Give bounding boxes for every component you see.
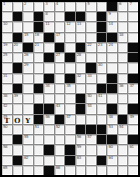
black-cell-r11c3 [34,115,44,124]
cell-r6c12[interactable] [128,63,138,72]
cell-r16c0[interactable]: 65 [2,166,12,175]
cell-r8c11[interactable]: 36 [118,84,128,93]
cell-r3c8[interactable] [86,33,96,42]
cell-r12c3[interactable]: 51 [34,125,44,134]
cell-r2c6[interactable]: 12 [65,22,75,31]
cell-r12c1[interactable] [13,125,23,134]
cell-r4c1[interactable]: 20 [13,43,23,52]
clue-number: 33 [87,74,91,78]
cell-r0c4[interactable]: 3 [44,2,54,11]
cell-r8c0[interactable] [2,84,12,93]
black-cell-r2c9 [97,22,107,31]
black-cell-r1c9 [97,12,107,21]
cell-r16c11[interactable] [118,166,128,175]
cell-r13c6[interactable] [65,135,75,144]
cell-r11c10[interactable]: 48 [107,115,117,124]
clue-number: 15 [24,33,28,37]
clue-number: 29 [24,63,28,67]
cell-r16c6[interactable] [65,166,75,175]
black-cell-r16c4 [44,166,54,175]
clue-number: 65 [3,166,7,170]
cell-r0c3[interactable] [34,2,44,11]
cell-r0c11[interactable]: 6 [118,2,128,11]
cell-r7c11[interactable] [118,74,128,83]
clue-number: 40 [87,94,91,98]
clue-number: 27 [56,53,60,57]
crossword-grid: 1234567891011121314151617181920212223242… [2,2,138,175]
cell-r3c3[interactable]: 16 [34,33,44,42]
cell-r5c10[interactable] [107,53,117,62]
clue-number: 7 [129,2,131,6]
cell-r9c9[interactable]: 41 [97,94,107,103]
cell-r14c11[interactable] [118,145,128,154]
cell-r16c7[interactable] [76,166,86,175]
clue-number: 16 [35,33,39,37]
cell-r12c10[interactable]: 53 [107,125,117,134]
clue-number: 49 [129,115,133,119]
cell-r16c12[interactable] [128,166,138,175]
cell-r6c4[interactable] [44,63,54,72]
cell-r1c4[interactable]: 8 [44,12,54,21]
cell-r15c12[interactable] [128,156,138,165]
cell-r13c8[interactable]: 57 [86,135,96,144]
cell-r3c2[interactable]: 15 [23,33,33,42]
cell-r16c2[interactable] [23,166,33,175]
black-cell-r13c1 [13,135,23,144]
cell-r4c9[interactable]: 23 [97,43,107,52]
cell-r8c8[interactable] [86,84,96,93]
cell-r6c9[interactable]: 30 [97,63,107,72]
cell-r15c10[interactable]: 64 [107,156,117,165]
cell-r6c3[interactable] [34,63,44,72]
black-cell-r10c4 [44,104,54,113]
cell-r12c5[interactable]: 52 [55,125,65,134]
cell-r13c0[interactable] [2,135,12,144]
clue-number: 9 [108,12,110,16]
cell-r5c11[interactable] [118,53,128,62]
clue-number: 43 [56,104,60,108]
cell-r4c10[interactable]: 24 [107,43,117,52]
clue-number: 25 [3,53,7,57]
cell-r16c3[interactable] [34,166,44,175]
cell-r11c7[interactable] [76,115,86,124]
black-cell-r3c9 [97,33,107,42]
black-cell-r13c9 [97,135,107,144]
cell-r5c7[interactable]: 28 [76,53,86,62]
cell-r2c12[interactable] [128,22,138,31]
cell-r4c11[interactable] [118,43,128,52]
clue-number: 6 [119,2,121,6]
cell-r0c7[interactable] [76,2,86,11]
cell-r7c7[interactable]: 32 [76,74,86,83]
black-cell-r10c12 [128,104,138,113]
cell-r11c0[interactable]: 45T [2,115,12,124]
clue-number: 42 [3,104,7,108]
black-cell-r4c7 [76,43,86,52]
black-cell-r4c2 [23,43,33,52]
clue-number: 13 [77,22,81,26]
cell-r4c8[interactable]: 22 [86,43,96,52]
cell-r16c10[interactable] [107,166,117,175]
black-cell-r8c1 [13,84,23,93]
cell-r10c8[interactable]: 44 [86,104,96,113]
cell-r1c11[interactable] [118,12,128,21]
cell-r9c3[interactable] [34,94,44,103]
clue-number: 66 [56,166,60,170]
cell-r0c5[interactable]: 4 [55,2,65,11]
cell-r3c7[interactable] [76,33,86,42]
cell-r14c0[interactable]: 58 [2,145,12,154]
cell-r0c9[interactable] [97,2,107,11]
cell-r5c1[interactable] [13,53,23,62]
cell-r5c2[interactable]: 26 [23,53,33,62]
black-cell-r1c6 [65,12,75,21]
cell-r4c0[interactable]: 19 [2,43,12,52]
cell-r7c2[interactable] [23,74,33,83]
clue-number: 18 [119,33,123,37]
clue-number: 54 [119,125,123,129]
black-cell-r1c3 [34,12,44,21]
cell-r14c10[interactable]: 60 [107,145,117,154]
clue-number: 52 [56,125,60,129]
clue-number: 61 [129,145,133,149]
cell-r14c3[interactable] [34,145,44,154]
clue-number: 57 [87,135,91,139]
cell-r12c11[interactable]: 54 [118,125,128,134]
clue-number: 28 [77,53,81,57]
cell-r7c8[interactable]: 33 [86,74,96,83]
black-cell-r10c7 [76,104,86,113]
cell-r1c12[interactable] [128,12,138,21]
clue-number: 46 [45,115,49,119]
cell-r6c0[interactable] [2,63,12,72]
black-cell-r12c7 [76,125,86,134]
cell-r1c2[interactable] [23,12,33,21]
black-cell-r7c10 [107,74,117,83]
cell-r16c1[interactable] [13,166,23,175]
cell-r5c5[interactable]: 27 [55,53,65,62]
cell-r9c12[interactable] [128,94,138,103]
cell-r0c1[interactable] [13,2,23,11]
cell-r14c9[interactable] [97,145,107,154]
clue-number: 31 [3,74,7,78]
clue-number: 5 [87,2,89,6]
cell-r7c0[interactable]: 31 [2,74,12,83]
black-cell-r13c10 [107,135,117,144]
clue-number: 37 [129,84,133,88]
cell-r11c9[interactable] [97,115,107,124]
cell-r8c5[interactable] [55,84,65,93]
clue-number: 38 [3,94,7,98]
cell-r9c0[interactable]: 38 [2,94,12,103]
clue-number: 50 [3,125,7,129]
cell-r14c12[interactable]: 61 [128,145,138,154]
cell-r12c2[interactable] [23,125,33,134]
cell-r3c0[interactable] [2,33,12,42]
cell-r13c2[interactable]: 55 [23,135,33,144]
cell-r4c6[interactable] [65,43,75,52]
clue-number: 62 [24,156,28,160]
cell-r2c8[interactable] [86,22,96,31]
filled-letter: O [13,117,23,124]
cell-r12c4[interactable] [44,125,54,134]
cell-r10c2[interactable] [23,104,33,113]
cell-r6c7[interactable] [76,63,86,72]
cell-r13c5[interactable] [55,135,65,144]
cell-r14c1[interactable] [13,145,23,154]
black-cell-r2c3 [34,22,44,31]
black-cell-r4c12 [128,43,138,52]
black-cell-r7c6 [65,74,75,83]
black-cell-r7c12 [128,74,138,83]
clue-number: 59 [77,145,81,149]
black-cell-r1c7 [76,12,86,21]
cell-r6c5[interactable] [55,63,65,72]
cell-r16c8[interactable] [86,166,96,175]
clue-number: 30 [98,63,102,67]
cell-r7c9[interactable] [97,74,107,83]
clue-number: 56 [77,135,81,139]
cell-r8c2[interactable] [23,84,33,93]
cell-r9c4[interactable] [44,94,54,103]
cell-r1c8[interactable] [86,12,96,21]
black-cell-r8c10 [107,84,117,93]
cell-r10c11[interactable] [118,104,128,113]
cell-r13c4[interactable] [44,135,54,144]
black-cell-r5c4 [44,53,54,62]
clue-number: 34 [45,84,49,88]
clue-number: 64 [108,156,112,160]
black-cell-r14c6 [65,145,75,154]
cell-r6c11[interactable] [118,63,128,72]
clue-number: 47 [66,115,70,119]
clue-number: 44 [87,104,91,108]
cell-r14c2[interactable] [23,145,33,154]
cell-r7c1[interactable] [13,74,23,83]
clue-number: 3 [45,2,47,6]
clue-number: 14 [108,22,112,26]
cell-r11c4[interactable]: 46 [44,115,54,124]
cell-r2c11[interactable] [118,22,128,31]
clue-number: 32 [77,74,81,78]
black-cell-r11c5 [55,115,65,124]
cell-r0c2[interactable]: 2 [23,2,33,11]
cell-r15c3[interactable] [34,156,44,165]
black-cell-r10c10 [107,104,117,113]
cell-r3c12[interactable] [128,33,138,42]
cell-r8c6[interactable]: 35 [65,84,75,93]
cell-r9c1[interactable]: 39 [13,94,23,103]
filled-letter: Y [23,117,33,124]
cell-r15c5[interactable] [55,156,65,165]
cell-r5c9[interactable] [97,53,107,62]
cell-r10c5[interactable]: 43 [55,104,65,113]
cell-r11c8[interactable] [86,115,96,124]
cell-r1c10[interactable]: 9 [107,12,117,21]
clue-number: 39 [14,94,18,98]
cell-r2c10[interactable]: 14 [107,22,117,31]
black-cell-r0c10 [107,2,117,11]
cell-r3c5[interactable]: 17 [55,33,65,42]
clue-number: 48 [108,115,112,119]
black-cell-r15c1 [13,156,23,165]
cell-r1c5[interactable] [55,12,65,21]
clue-number: 21 [35,43,39,47]
clue-number: 63 [77,156,81,160]
cell-r5c0[interactable]: 25 [2,53,12,62]
black-cell-r11c11 [118,115,128,124]
cell-r9c5[interactable] [55,94,65,103]
cell-r13c11[interactable] [118,135,128,144]
black-cell-r8c9 [97,84,107,93]
cell-r9c6[interactable] [65,94,75,103]
clue-number: 23 [98,43,102,47]
cell-r10c1[interactable] [13,104,23,113]
cell-r11c2[interactable]: Y [23,115,33,124]
cell-r15c0[interactable] [2,156,12,165]
black-cell-r6c1 [13,63,23,72]
cell-r13c7[interactable]: 56 [76,135,86,144]
cell-r15c7[interactable]: 63 [76,156,86,165]
clue-number: 17 [56,33,60,37]
cell-r12c12[interactable] [128,125,138,134]
cell-r8c4[interactable]: 34 [44,84,54,93]
cell-r8c7[interactable] [76,84,86,93]
black-cell-r10c3 [34,104,44,113]
cell-r7c3[interactable] [34,74,44,83]
cell-r15c4[interactable] [44,156,54,165]
cell-r3c11[interactable]: 18 [118,33,128,42]
cell-r8c12[interactable]: 37 [128,84,138,93]
cell-r12c0[interactable]: 50 [2,125,12,134]
cell-r16c5[interactable]: 66 [55,166,65,175]
black-cell-r4c5 [55,43,65,52]
clue-number: 19 [3,43,7,47]
cell-r5c3[interactable] [34,53,44,62]
cell-r6c10[interactable] [107,63,117,72]
cell-r16c9[interactable] [97,166,107,175]
cell-r9c2[interactable] [23,94,33,103]
cell-r1c0[interactable] [2,12,12,21]
clue-number: 36 [119,84,123,88]
cell-r0c8[interactable]: 5 [86,2,96,11]
cell-r11c12[interactable]: 49 [128,115,138,124]
cell-r5c8[interactable] [86,53,96,62]
black-cell-r14c4 [44,145,54,154]
cell-r11c6[interactable]: 47 [65,115,75,124]
black-cell-r7c4 [44,74,54,83]
crossword-board: 1234567891011121314151617181920212223242… [0,0,140,177]
black-cell-r9c7 [76,94,86,103]
clue-number: 26 [24,53,28,57]
cell-r14c8[interactable] [86,145,96,154]
cell-r3c6[interactable] [65,33,75,42]
cell-r2c1[interactable] [13,22,23,31]
clue-number: 55 [24,135,28,139]
clue-number: 4 [56,2,58,6]
cell-r2c2[interactable] [23,22,33,31]
clue-number: 60 [108,145,112,149]
cell-r0c0[interactable]: 1 [2,2,12,11]
cell-r11c1[interactable]: O [13,115,23,124]
cell-r2c5[interactable] [55,22,65,31]
cell-r2c7[interactable]: 13 [76,22,86,31]
clue-number: 53 [108,125,112,129]
black-cell-r5c12 [128,53,138,62]
black-cell-r12c8 [86,125,96,134]
clue-number: 58 [3,145,7,149]
black-cell-r6c8 [86,63,96,72]
cell-r2c0[interactable]: 10 [2,22,12,31]
cell-r0c12[interactable]: 7 [128,2,138,11]
black-cell-r8c3 [34,84,44,93]
black-cell-r3c1 [13,33,23,42]
clue-number: 22 [87,43,91,47]
cell-r10c0[interactable]: 42 [2,104,12,113]
cell-r14c7[interactable]: 59 [76,145,86,154]
cell-r15c2[interactable]: 62 [23,156,33,165]
cell-r6c6[interactable] [65,63,75,72]
cell-r14c5[interactable] [55,145,65,154]
black-cell-r1c1 [13,12,23,21]
cell-r15c11[interactable] [118,156,128,165]
clue-number: 12 [66,22,70,26]
cell-r4c4[interactable] [44,43,54,52]
cell-r10c6[interactable] [65,104,75,113]
clue-number: 1 [3,2,5,6]
clue-number: 51 [35,125,39,129]
black-cell-r5c6 [65,53,75,62]
cell-r9c11[interactable] [118,94,128,103]
black-cell-r12c9 [97,125,107,134]
black-cell-r13c12 [128,135,138,144]
black-cell-r3c4 [44,33,54,42]
black-cell-r15c9 [97,156,107,165]
black-cell-r15c6 [65,156,75,165]
cell-r9c8[interactable]: 40 [86,94,96,103]
cell-r0c6[interactable] [65,2,75,11]
black-cell-r3c10 [107,33,117,42]
clue-number: 41 [98,94,102,98]
clue-number: 35 [66,84,70,88]
filled-letter: T [2,117,12,124]
cell-r10c9[interactable] [97,104,107,113]
clue-number: 11 [45,22,49,26]
cell-r7c5[interactable] [55,74,65,83]
cell-r4c3[interactable]: 21 [34,43,44,52]
cell-r2c4[interactable]: 11 [44,22,54,31]
clue-number: 24 [108,43,112,47]
clue-number: 8 [45,12,47,16]
cell-r6c2[interactable]: 29 [23,63,33,72]
clue-number: 10 [3,22,7,26]
cell-r15c8[interactable] [86,156,96,165]
cell-r13c3[interactable] [34,135,44,144]
clue-number: 2 [24,2,26,6]
cell-r9c10[interactable] [107,94,117,103]
cell-r12c6[interactable] [65,125,75,134]
clue-number: 20 [14,43,18,47]
